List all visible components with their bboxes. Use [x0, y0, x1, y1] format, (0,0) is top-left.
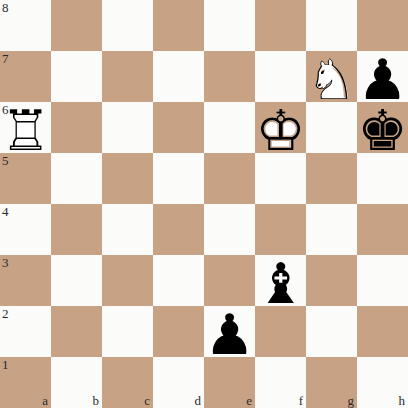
piece-black-king[interactable]: ♚ [357, 102, 408, 153]
square-c8[interactable] [102, 0, 153, 51]
square-a8[interactable]: 8 [0, 0, 51, 51]
square-g7[interactable]: ♞♘ [306, 51, 357, 102]
square-h6[interactable]: ♚ [357, 102, 408, 153]
square-c7[interactable] [102, 51, 153, 102]
square-e4[interactable] [204, 204, 255, 255]
square-d1[interactable]: d [153, 357, 204, 408]
square-d3[interactable] [153, 255, 204, 306]
piece-white-king[interactable]: ♚♔ [255, 102, 306, 153]
rank-label-1: 1 [2, 358, 9, 372]
piece-black-pawn[interactable]: ♟ [204, 306, 255, 357]
square-g3[interactable] [306, 255, 357, 306]
square-f1[interactable]: f [255, 357, 306, 408]
square-c1[interactable]: c [102, 357, 153, 408]
square-b2[interactable] [51, 306, 102, 357]
square-b6[interactable] [51, 102, 102, 153]
file-label-h: h [399, 394, 406, 408]
file-label-a: a [42, 394, 48, 408]
square-f7[interactable] [255, 51, 306, 102]
rook-glyph-outline: ♖ [0, 103, 50, 159]
square-a7[interactable]: 7 [0, 51, 51, 102]
square-g4[interactable] [306, 204, 357, 255]
square-g1[interactable]: g [306, 357, 357, 408]
file-label-b: b [93, 394, 100, 408]
square-d8[interactable] [153, 0, 204, 51]
square-a2[interactable]: 2 [0, 306, 51, 357]
square-c2[interactable] [102, 306, 153, 357]
square-d2[interactable] [153, 306, 204, 357]
square-e6[interactable] [204, 102, 255, 153]
square-b1[interactable]: b [51, 357, 102, 408]
square-b8[interactable] [51, 0, 102, 51]
king-glyph-outline: ♔ [255, 103, 305, 159]
square-a4[interactable]: 4 [0, 204, 51, 255]
square-e7[interactable] [204, 51, 255, 102]
square-c4[interactable] [102, 204, 153, 255]
square-g5[interactable] [306, 153, 357, 204]
square-b3[interactable] [51, 255, 102, 306]
piece-white-rook[interactable]: ♜♖ [0, 102, 51, 153]
square-h7[interactable]: ♟ [357, 51, 408, 102]
square-c6[interactable] [102, 102, 153, 153]
square-f8[interactable] [255, 0, 306, 51]
piece-black-bishop[interactable]: ♝ [255, 255, 306, 306]
file-label-g: g [348, 394, 355, 408]
square-f3[interactable]: ♝ [255, 255, 306, 306]
rank-label-2: 2 [2, 307, 9, 321]
square-b4[interactable] [51, 204, 102, 255]
square-c5[interactable] [102, 153, 153, 204]
square-h4[interactable] [357, 204, 408, 255]
square-g2[interactable] [306, 306, 357, 357]
square-d5[interactable] [153, 153, 204, 204]
square-d6[interactable] [153, 102, 204, 153]
square-b5[interactable] [51, 153, 102, 204]
square-b7[interactable] [51, 51, 102, 102]
rank-label-3: 3 [2, 256, 9, 270]
piece-white-knight[interactable]: ♞♘ [306, 51, 357, 102]
square-e2[interactable]: ♟ [204, 306, 255, 357]
file-label-e: e [246, 394, 252, 408]
rank-label-8: 8 [2, 1, 9, 15]
file-label-f: f [299, 394, 303, 408]
square-h2[interactable] [357, 306, 408, 357]
chess-board: 87♞♘♟6♜♖♚♔♚543♝2♟1abcdefgh [0, 0, 408, 408]
square-g8[interactable] [306, 0, 357, 51]
square-e8[interactable] [204, 0, 255, 51]
square-e5[interactable] [204, 153, 255, 204]
file-label-d: d [195, 394, 202, 408]
square-h1[interactable]: h [357, 357, 408, 408]
square-a6[interactable]: 6♜♖ [0, 102, 51, 153]
file-label-c: c [144, 394, 150, 408]
square-d7[interactable] [153, 51, 204, 102]
pawn-glyph: ♟ [204, 307, 254, 363]
piece-black-pawn[interactable]: ♟ [357, 51, 408, 102]
square-h3[interactable] [357, 255, 408, 306]
bishop-glyph: ♝ [255, 256, 305, 312]
rank-label-4: 4 [2, 205, 9, 219]
rank-label-7: 7 [2, 52, 9, 66]
square-a1[interactable]: 1a [0, 357, 51, 408]
square-a3[interactable]: 3 [0, 255, 51, 306]
square-f4[interactable] [255, 204, 306, 255]
knight-glyph-outline: ♘ [306, 52, 356, 108]
square-f6[interactable]: ♚♔ [255, 102, 306, 153]
square-h8[interactable] [357, 0, 408, 51]
square-e3[interactable] [204, 255, 255, 306]
square-d4[interactable] [153, 204, 204, 255]
square-c3[interactable] [102, 255, 153, 306]
king-glyph: ♚ [357, 103, 407, 159]
